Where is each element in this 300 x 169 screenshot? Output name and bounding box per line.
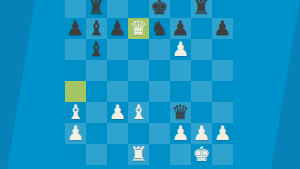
square-e1[interactable] xyxy=(149,144,170,165)
square-h6[interactable] xyxy=(212,39,233,60)
square-b4[interactable] xyxy=(86,81,107,102)
square-e3[interactable] xyxy=(149,102,170,123)
square-f7[interactable]: ♟ xyxy=(170,18,191,39)
square-c7[interactable]: ♟ xyxy=(107,18,128,39)
square-a2[interactable]: ♟ xyxy=(65,123,86,144)
square-a4[interactable] xyxy=(65,81,86,102)
square-g3[interactable] xyxy=(191,102,212,123)
square-f1[interactable] xyxy=(170,144,191,165)
square-h5[interactable] xyxy=(212,60,233,81)
square-a3[interactable]: ♝ xyxy=(65,102,86,123)
piece-black-king-e8[interactable]: ♚ xyxy=(151,0,169,18)
piece-black-queen-f3[interactable]: ♛ xyxy=(172,102,190,123)
square-g2[interactable]: ♟ xyxy=(191,123,212,144)
piece-white-rook-d1[interactable]: ♜ xyxy=(130,144,148,165)
square-e7[interactable]: ♞ xyxy=(149,18,170,39)
square-h1[interactable] xyxy=(212,144,233,165)
piece-black-pawn-f7[interactable]: ♟ xyxy=(172,18,190,39)
square-b5[interactable] xyxy=(86,60,107,81)
square-e5[interactable] xyxy=(149,60,170,81)
square-b6[interactable]: ♝ xyxy=(86,39,107,60)
piece-black-rook-b8[interactable]: ♜ xyxy=(88,0,106,18)
piece-black-knight-e7[interactable]: ♞ xyxy=(151,18,169,39)
square-c5[interactable] xyxy=(107,60,128,81)
square-e2[interactable] xyxy=(149,123,170,144)
piece-black-rook-g8[interactable]: ♜ xyxy=(193,0,211,18)
piece-white-pawn-c3[interactable]: ♟ xyxy=(109,102,127,123)
square-g8[interactable]: ♜ xyxy=(191,0,212,18)
piece-white-bishop-a3[interactable]: ♝ xyxy=(67,102,85,123)
square-a7[interactable]: ♟ xyxy=(65,18,86,39)
square-h3[interactable] xyxy=(212,102,233,123)
piece-black-pawn-h7[interactable]: ♟ xyxy=(214,18,232,39)
square-g4[interactable] xyxy=(191,81,212,102)
square-d3[interactable]: ♝ xyxy=(128,102,149,123)
square-h7[interactable]: ♟ xyxy=(212,18,233,39)
square-d4[interactable] xyxy=(128,81,149,102)
square-b2[interactable] xyxy=(86,123,107,144)
square-f2[interactable]: ♟ xyxy=(170,123,191,144)
app-background: ♜♚♜♟♝♟♛♞♟♟♝♟♝♟♝♛♟♟♟♟♜♚ xyxy=(0,0,300,169)
square-g1[interactable]: ♚ xyxy=(191,144,212,165)
square-f6[interactable]: ♟ xyxy=(170,39,191,60)
square-e6[interactable] xyxy=(149,39,170,60)
piece-white-bishop-d3[interactable]: ♝ xyxy=(130,102,148,123)
square-d6[interactable] xyxy=(128,39,149,60)
square-c2[interactable] xyxy=(107,123,128,144)
piece-white-pawn-g2[interactable]: ♟ xyxy=(193,123,211,144)
square-f3[interactable]: ♛ xyxy=(170,102,191,123)
piece-white-pawn-h2[interactable]: ♟ xyxy=(214,123,232,144)
square-h4[interactable] xyxy=(212,81,233,102)
square-d1[interactable]: ♜ xyxy=(128,144,149,165)
piece-black-bishop-b6[interactable]: ♝ xyxy=(88,39,106,60)
piece-black-pawn-c7[interactable]: ♟ xyxy=(109,18,127,39)
square-f4[interactable] xyxy=(170,81,191,102)
piece-white-queen-d7[interactable]: ♛ xyxy=(130,18,148,39)
square-a1[interactable] xyxy=(65,144,86,165)
piece-black-pawn-a7[interactable]: ♟ xyxy=(67,18,85,39)
piece-white-pawn-f6[interactable]: ♟ xyxy=(172,39,190,60)
square-c6[interactable] xyxy=(107,39,128,60)
piece-white-king-g1[interactable]: ♚ xyxy=(193,144,211,165)
square-c3[interactable]: ♟ xyxy=(107,102,128,123)
square-h2[interactable]: ♟ xyxy=(212,123,233,144)
square-g5[interactable] xyxy=(191,60,212,81)
square-b3[interactable] xyxy=(86,102,107,123)
chess-board[interactable]: ♜♚♜♟♝♟♛♞♟♟♝♟♝♟♝♛♟♟♟♟♜♚ xyxy=(65,0,233,165)
piece-white-pawn-a2[interactable]: ♟ xyxy=(67,123,85,144)
square-d5[interactable] xyxy=(128,60,149,81)
piece-black-bishop-b7[interactable]: ♝ xyxy=(88,18,106,39)
square-a5[interactable] xyxy=(65,60,86,81)
square-b1[interactable] xyxy=(86,144,107,165)
square-d7[interactable]: ♛ xyxy=(128,18,149,39)
square-e4[interactable] xyxy=(149,81,170,102)
piece-white-pawn-f2[interactable]: ♟ xyxy=(172,123,190,144)
square-g7[interactable] xyxy=(191,18,212,39)
square-d2[interactable] xyxy=(128,123,149,144)
square-g6[interactable] xyxy=(191,39,212,60)
square-f5[interactable] xyxy=(170,60,191,81)
square-b7[interactable]: ♝ xyxy=(86,18,107,39)
square-c4[interactable] xyxy=(107,81,128,102)
square-c1[interactable] xyxy=(107,144,128,165)
square-a6[interactable] xyxy=(65,39,86,60)
